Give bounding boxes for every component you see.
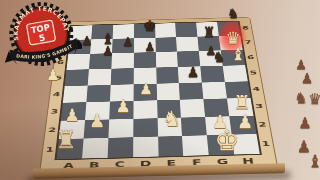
square-d2 [133, 118, 158, 137]
rank-label-right-7: 7 [241, 35, 255, 50]
square-g4 [202, 82, 227, 99]
square-c6 [111, 53, 133, 69]
square-e8 [155, 23, 177, 37]
rank-label-left-1: 1 [42, 139, 58, 159]
square-c4 [110, 84, 134, 101]
square-a1 [57, 139, 84, 159]
square-d4 [133, 84, 156, 101]
square-f5 [178, 66, 202, 83]
square-c3 [109, 101, 133, 119]
square-c8 [112, 24, 133, 38]
square-f1 [182, 135, 209, 155]
square-b8 [91, 25, 113, 40]
rank-label-right-4: 4 [249, 81, 264, 98]
square-b2 [83, 119, 109, 138]
square-c5 [110, 68, 133, 85]
captured-black-pawn: ♟ [301, 71, 314, 85]
square-f6 [177, 51, 200, 67]
square-d1 [133, 137, 158, 157]
square-e4 [156, 83, 180, 100]
square-g6 [199, 50, 223, 66]
square-g1 [207, 135, 234, 155]
square-c1 [107, 137, 133, 157]
captured-black-knight: ♞ [294, 91, 307, 106]
square-e1 [158, 136, 184, 156]
square-b1 [82, 138, 108, 158]
rank-label-left-3: 3 [47, 103, 62, 121]
square-d8 [134, 24, 155, 38]
square-d7 [134, 38, 156, 53]
square-h8 [217, 22, 240, 36]
square-f8 [175, 23, 197, 37]
rank-label-right-2: 2 [254, 115, 270, 134]
rank-label-right-6: 6 [243, 50, 258, 66]
square-a3 [61, 102, 86, 120]
board-squares [57, 22, 260, 160]
captured-black-queen: ♛ [308, 92, 320, 107]
rank-label-right-8: 8 [239, 21, 253, 35]
square-b7 [90, 39, 112, 54]
captured-black-pawn: ♟ [297, 139, 311, 155]
square-f3 [180, 99, 205, 117]
square-h7 [219, 35, 243, 50]
square-e5 [156, 67, 179, 84]
square-e2 [157, 117, 182, 136]
square-a2 [59, 120, 85, 139]
rank-label-right-3: 3 [251, 98, 267, 116]
rank-label-left-2: 2 [44, 121, 59, 140]
square-e7 [155, 37, 177, 52]
rank-label-left-4: 4 [49, 86, 64, 103]
captured-black-bishop: ♝ [307, 153, 320, 170]
top5-badge: SKAKMAT TERCEPAT DARI KING'S GAMBIT TOP … [2, 0, 82, 78]
square-g3 [204, 99, 230, 117]
square-h5 [223, 65, 248, 82]
square-h6 [221, 50, 245, 66]
square-g5 [200, 66, 224, 83]
square-c7 [112, 38, 134, 53]
square-h1 [232, 134, 260, 154]
square-e3 [157, 100, 182, 118]
square-h3 [227, 98, 253, 116]
rank-label-right-1: 1 [257, 134, 274, 154]
captured-black-pawn: ♟ [298, 116, 311, 131]
square-d6 [133, 52, 155, 68]
square-g7 [198, 36, 221, 51]
square-h2 [229, 116, 256, 135]
square-f2 [181, 117, 207, 136]
square-a4 [63, 85, 88, 103]
square-e6 [155, 52, 178, 68]
captured-black-pawn: ♟ [295, 58, 307, 71]
rank-label-right-5: 5 [246, 65, 261, 81]
square-b3 [85, 102, 110, 120]
thumbnail-stage: 87654321 87654321 ABCDEFGH ♜♟♟♟♟♞♚♟♟♜♝♛♚… [0, 0, 320, 180]
square-g2 [205, 116, 231, 135]
square-d3 [133, 100, 157, 118]
square-d5 [133, 67, 156, 84]
square-g8 [196, 22, 219, 36]
square-f7 [176, 36, 199, 51]
square-f4 [179, 82, 203, 99]
square-b4 [86, 85, 110, 103]
square-h4 [225, 81, 251, 98]
square-b5 [88, 69, 112, 86]
square-c2 [108, 119, 133, 138]
square-b6 [89, 53, 112, 69]
